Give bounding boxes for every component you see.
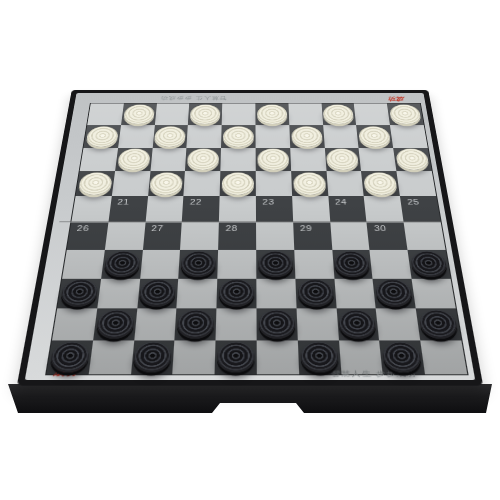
square-r3c4[interactable]: [220, 171, 256, 196]
white-piece[interactable]: [78, 173, 113, 195]
white-piece[interactable]: [323, 105, 355, 124]
black-piece[interactable]: [95, 310, 134, 339]
square-r9c1: [88, 341, 133, 375]
square-r7c7: [334, 278, 376, 308]
black-piece[interactable]: [59, 280, 98, 307]
square-r6c0: [62, 250, 105, 279]
square-r1c9: [390, 125, 428, 148]
black-piece[interactable]: [49, 342, 91, 372]
square-r7c5: [256, 278, 296, 308]
square-r3c1: [112, 171, 150, 196]
black-piece[interactable]: [410, 251, 448, 277]
square-r5c2[interactable]: 27: [143, 222, 183, 249]
square-r0c3[interactable]: [188, 103, 222, 125]
square-r0c1[interactable]: [121, 103, 157, 125]
square-number-30: 30: [374, 225, 387, 232]
square-r8c8: [376, 309, 420, 341]
square-r0c2: [155, 103, 190, 125]
black-piece[interactable]: [418, 310, 459, 339]
square-r4c3[interactable]: 22: [182, 196, 220, 222]
black-piece[interactable]: [375, 280, 414, 307]
square-r9c9: [420, 341, 467, 375]
black-piece[interactable]: [177, 310, 215, 339]
black-piece[interactable]: [259, 310, 296, 339]
square-r8c4: [216, 309, 257, 341]
square-number-22: 22: [190, 199, 202, 206]
square-r6c4: [217, 250, 256, 279]
square-r0c8: [354, 103, 390, 125]
square-r2c7[interactable]: [324, 148, 361, 172]
square-r3c2[interactable]: [148, 171, 186, 196]
white-piece[interactable]: [190, 105, 221, 124]
board-scene: 智慧人生 步步成功 成功 21222324252627282930 成功® 智慧…: [0, 0, 500, 500]
white-piece[interactable]: [187, 149, 219, 170]
white-piece[interactable]: [395, 149, 430, 170]
square-r1c0[interactable]: [84, 125, 121, 148]
white-piece[interactable]: [363, 173, 398, 195]
square-r5c6[interactable]: 29: [293, 222, 332, 249]
square-r3c9: [397, 171, 437, 196]
square-r6c7[interactable]: [332, 250, 373, 279]
square-r1c5: [255, 125, 290, 148]
square-r5c4[interactable]: 28: [218, 222, 256, 249]
white-piece[interactable]: [223, 126, 254, 146]
white-piece[interactable]: [293, 173, 326, 195]
black-piece[interactable]: [258, 251, 293, 277]
square-r5c7: [330, 222, 370, 249]
black-piece[interactable]: [217, 342, 255, 372]
square-r4c1[interactable]: 21: [108, 196, 147, 222]
checkers-board-frame: 智慧人生 步步成功 成功 21222324252627282930 成功® 智慧…: [17, 90, 483, 386]
square-number-26: 26: [76, 225, 89, 232]
square-r2c5[interactable]: [256, 148, 291, 172]
square-r5c9: [404, 222, 446, 249]
square-r4c9[interactable]: 25: [400, 196, 441, 222]
square-r1c6[interactable]: [289, 125, 324, 148]
square-r8c5[interactable]: [256, 309, 297, 341]
black-piece[interactable]: [334, 251, 371, 277]
square-r6c2: [140, 250, 181, 279]
square-r7c2[interactable]: [137, 278, 179, 308]
white-piece[interactable]: [389, 105, 422, 124]
square-r8c7[interactable]: [336, 309, 379, 341]
square-r0c5[interactable]: [255, 103, 289, 125]
square-r7c9: [412, 278, 456, 308]
black-piece[interactable]: [297, 280, 334, 307]
square-r4c0: [71, 196, 111, 222]
square-r2c9[interactable]: [393, 148, 432, 172]
square-number-25: 25: [407, 199, 420, 206]
square-r7c4[interactable]: [217, 278, 257, 308]
square-r3c6[interactable]: [291, 171, 328, 196]
square-r1c8[interactable]: [356, 125, 393, 148]
square-number-21: 21: [117, 199, 130, 206]
square-r7c0[interactable]: [57, 278, 101, 308]
square-r5c1: [105, 222, 145, 249]
square-r9c3: [173, 341, 216, 375]
square-r1c4[interactable]: [221, 125, 255, 148]
black-piece[interactable]: [181, 251, 217, 277]
square-r1c7: [323, 125, 359, 148]
square-r4c2: [145, 196, 184, 222]
square-r6c6: [294, 250, 334, 279]
square-r2c1[interactable]: [115, 148, 152, 172]
white-piece[interactable]: [85, 126, 119, 146]
white-piece[interactable]: [291, 126, 323, 146]
square-r3c5: [256, 171, 292, 196]
square-r3c3: [184, 171, 221, 196]
square-r2c3[interactable]: [185, 148, 221, 172]
white-piece[interactable]: [154, 126, 186, 146]
square-r8c1[interactable]: [93, 309, 137, 341]
square-r8c2: [134, 309, 177, 341]
white-piece[interactable]: [257, 105, 287, 124]
white-piece[interactable]: [326, 149, 359, 170]
square-r2c8: [359, 148, 397, 172]
square-r5c5: [256, 222, 294, 249]
square-r4c6: [292, 196, 330, 222]
square-r3c0[interactable]: [76, 171, 115, 196]
white-piece[interactable]: [123, 105, 155, 124]
square-r5c3: [180, 222, 219, 249]
top-slogan-text: 智慧人生 步步成功: [111, 95, 227, 101]
square-r9c5: [257, 341, 299, 375]
square-r7c8[interactable]: [373, 278, 416, 308]
square-r4c8: [364, 196, 404, 222]
black-piece[interactable]: [133, 342, 173, 372]
board-grid: 21222324252627282930: [45, 103, 469, 375]
square-number-29: 29: [300, 225, 313, 232]
square-number-23: 23: [262, 199, 274, 206]
square-r0c7[interactable]: [321, 103, 356, 125]
square-r7c1: [97, 278, 140, 308]
square-r0c6: [288, 103, 323, 125]
square-r8c6: [296, 309, 338, 341]
black-piece[interactable]: [103, 251, 140, 277]
white-piece[interactable]: [222, 173, 254, 195]
square-r2c6: [290, 148, 326, 172]
square-number-28: 28: [225, 225, 237, 232]
square-r6c1[interactable]: [101, 250, 143, 279]
square-r7c6[interactable]: [295, 278, 336, 308]
square-r6c5[interactable]: [256, 250, 295, 279]
square-r4c5[interactable]: 23: [256, 196, 293, 222]
top-right-brand-logo: 成功: [388, 95, 405, 102]
square-r9c2[interactable]: [131, 341, 175, 375]
square-r2c4: [221, 148, 256, 172]
black-piece[interactable]: [338, 310, 377, 339]
square-r4c7[interactable]: 24: [328, 196, 367, 222]
white-piece[interactable]: [257, 149, 289, 170]
square-number-27: 27: [151, 225, 164, 232]
square-r8c3[interactable]: [175, 309, 217, 341]
black-piece[interactable]: [300, 342, 339, 372]
black-piece[interactable]: [139, 280, 176, 307]
square-r7c3: [177, 278, 218, 308]
square-r6c9[interactable]: [408, 250, 451, 279]
square-r3c7: [326, 171, 364, 196]
square-r9c4[interactable]: [215, 341, 257, 375]
white-piece[interactable]: [117, 149, 151, 170]
white-piece[interactable]: [150, 173, 184, 195]
square-r6c8: [370, 250, 412, 279]
square-r4c4: [219, 196, 256, 222]
product-photo-stage: 智慧人生 步步成功 成功 21222324252627282930 成功® 智慧…: [0, 0, 500, 500]
square-r5c0[interactable]: 26: [67, 222, 108, 249]
square-number-24: 24: [335, 199, 348, 206]
square-r1c2[interactable]: [152, 125, 188, 148]
square-r3c8[interactable]: [361, 171, 400, 196]
square-r6c3[interactable]: [179, 250, 219, 279]
square-r2c0: [80, 148, 118, 172]
black-piece[interactable]: [219, 280, 255, 307]
square-r2c2: [150, 148, 187, 172]
square-r8c9[interactable]: [416, 309, 461, 341]
square-r1c3: [187, 125, 222, 148]
square-r8c0: [52, 309, 97, 341]
square-r5c8[interactable]: 30: [367, 222, 408, 249]
square-r0c9[interactable]: [387, 103, 424, 125]
square-r0c0: [87, 103, 123, 125]
square-r0c4: [222, 103, 256, 125]
board-surface: 智慧人生 步步成功 成功 21222324252627282930 成功® 智慧…: [25, 93, 475, 380]
white-piece[interactable]: [358, 126, 391, 146]
square-r1c1: [118, 125, 155, 148]
